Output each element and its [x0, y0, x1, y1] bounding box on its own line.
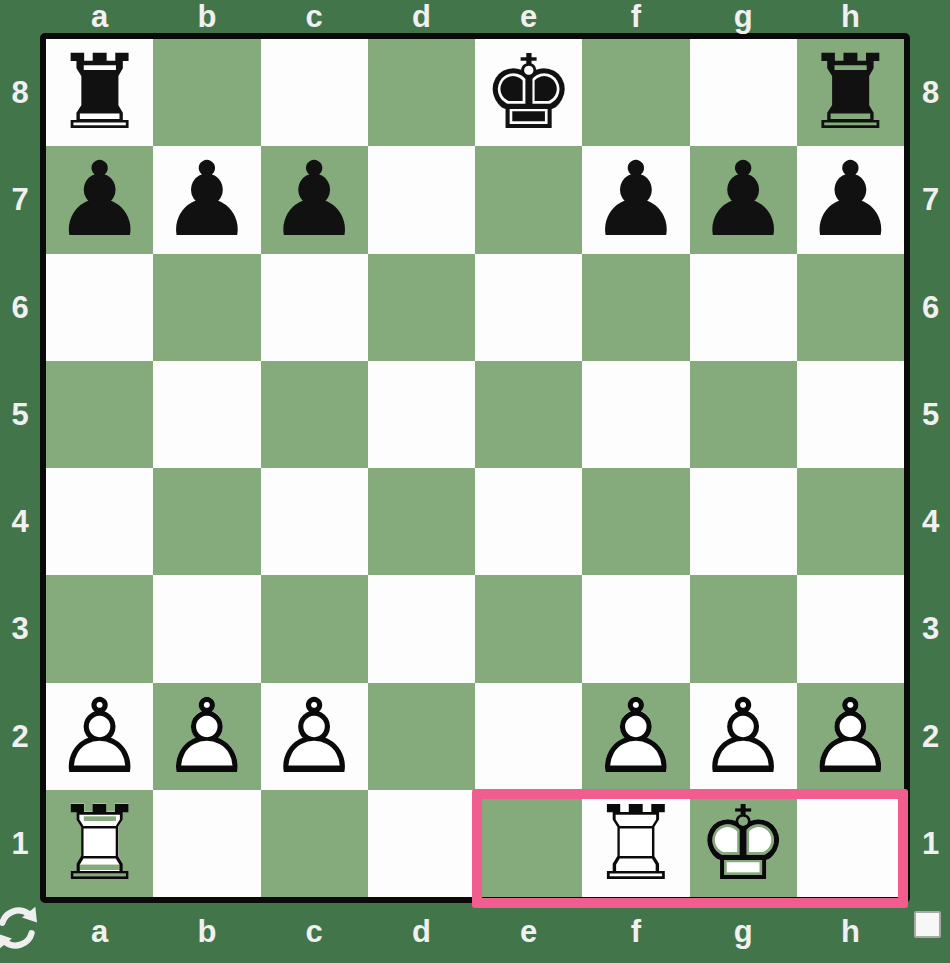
- white-pawn-g2[interactable]: ♟♙: [690, 683, 797, 790]
- square-g3[interactable]: [690, 575, 797, 682]
- rank-label-right-5: 5: [911, 361, 950, 468]
- rotate-arrows-icon: [0, 903, 42, 956]
- rank-label-left-3: 3: [0, 575, 40, 682]
- square-b1[interactable]: [153, 790, 260, 897]
- square-a4[interactable]: [46, 468, 153, 575]
- square-f6[interactable]: [582, 254, 689, 361]
- square-a1[interactable]: ♜♖: [46, 790, 153, 897]
- file-label-top-f: f: [582, 0, 689, 33]
- rank-label-right-3: 3: [911, 575, 950, 682]
- white-square-icon[interactable]: [914, 911, 941, 938]
- file-labels-bottom: abcdefgh: [46, 907, 904, 955]
- piece-glyph: ♜: [46, 39, 153, 146]
- square-a7[interactable]: ♟: [46, 146, 153, 253]
- square-h8[interactable]: ♜: [797, 39, 904, 146]
- file-label-top-b: b: [153, 0, 260, 33]
- square-f2[interactable]: ♟♙: [582, 683, 689, 790]
- square-e8[interactable]: ♚: [475, 39, 582, 146]
- black-rook-h8[interactable]: ♜: [797, 39, 904, 146]
- square-a2[interactable]: ♟♙: [46, 683, 153, 790]
- square-c7[interactable]: ♟: [261, 146, 368, 253]
- piece-outline-layer: ♖: [582, 790, 689, 897]
- square-d6[interactable]: [368, 254, 475, 361]
- piece-outline-layer: ♙: [153, 683, 260, 790]
- square-g8[interactable]: [690, 39, 797, 146]
- rank-label-right-2: 2: [911, 683, 950, 790]
- chess-board: ♜♚♜♟♟♟♟♟♟♟♙♟♙♟♙♟♙♟♙♟♙♜♖♜♖♚♔: [40, 33, 910, 903]
- black-rook-a8[interactable]: ♜: [46, 39, 153, 146]
- square-f5[interactable]: [582, 361, 689, 468]
- square-c3[interactable]: [261, 575, 368, 682]
- white-rook-f1[interactable]: ♜♖: [582, 790, 689, 897]
- square-h7[interactable]: ♟: [797, 146, 904, 253]
- piece-glyph: ♟: [153, 146, 260, 253]
- file-label-bottom-f: f: [582, 907, 689, 955]
- piece-outline-layer: ♔: [690, 790, 797, 897]
- rank-label-left-5: 5: [0, 361, 40, 468]
- white-pawn-c2[interactable]: ♟♙: [261, 683, 368, 790]
- square-c6[interactable]: [261, 254, 368, 361]
- piece-outline-layer: ♙: [582, 683, 689, 790]
- file-label-bottom-a: a: [46, 907, 153, 955]
- square-f8[interactable]: [582, 39, 689, 146]
- white-pawn-f2[interactable]: ♟♙: [582, 683, 689, 790]
- square-d5[interactable]: [368, 361, 475, 468]
- square-h6[interactable]: [797, 254, 904, 361]
- file-label-top-c: c: [261, 0, 368, 33]
- rank-label-right-4: 4: [911, 468, 950, 575]
- square-a3[interactable]: [46, 575, 153, 682]
- file-label-top-h: h: [797, 0, 904, 33]
- square-c8[interactable]: [261, 39, 368, 146]
- black-king-e8[interactable]: ♚: [475, 39, 582, 146]
- rank-label-left-6: 6: [0, 254, 40, 361]
- square-c1[interactable]: [261, 790, 368, 897]
- rank-label-right-8: 8: [911, 39, 950, 146]
- square-h1[interactable]: [797, 790, 904, 897]
- square-d8[interactable]: [368, 39, 475, 146]
- square-f3[interactable]: [582, 575, 689, 682]
- piece-glyph: ♟: [46, 146, 153, 253]
- file-labels-top: abcdefgh: [46, 0, 904, 33]
- flip-board-button[interactable]: [0, 902, 44, 956]
- square-h2[interactable]: ♟♙: [797, 683, 904, 790]
- square-d3[interactable]: [368, 575, 475, 682]
- black-pawn-c7[interactable]: ♟: [261, 146, 368, 253]
- square-h5[interactable]: [797, 361, 904, 468]
- piece-outline-layer: ♙: [690, 683, 797, 790]
- file-label-top-e: e: [475, 0, 582, 33]
- piece-outline-layer: ♙: [797, 683, 904, 790]
- square-e5[interactable]: [475, 361, 582, 468]
- square-b2[interactable]: ♟♙: [153, 683, 260, 790]
- square-d2[interactable]: [368, 683, 475, 790]
- file-label-bottom-b: b: [153, 907, 260, 955]
- square-d7[interactable]: [368, 146, 475, 253]
- square-b8[interactable]: [153, 39, 260, 146]
- rank-label-left-8: 8: [0, 39, 40, 146]
- black-pawn-b7[interactable]: ♟: [153, 146, 260, 253]
- file-label-bottom-e: e: [475, 907, 582, 955]
- square-d4[interactable]: [368, 468, 475, 575]
- file-label-bottom-h: h: [797, 907, 904, 955]
- piece-glyph: ♜: [797, 39, 904, 146]
- square-f4[interactable]: [582, 468, 689, 575]
- file-label-bottom-d: d: [368, 907, 475, 955]
- black-pawn-g7[interactable]: ♟: [690, 146, 797, 253]
- square-e1[interactable]: [475, 790, 582, 897]
- piece-outline-layer: ♖: [46, 790, 153, 897]
- square-e4[interactable]: [475, 468, 582, 575]
- square-g6[interactable]: [690, 254, 797, 361]
- file-label-top-d: d: [368, 0, 475, 33]
- white-rook-a1[interactable]: ♜♖: [46, 790, 153, 897]
- square-g5[interactable]: [690, 361, 797, 468]
- rank-labels-right: 87654321: [911, 39, 950, 897]
- square-e3[interactable]: [475, 575, 582, 682]
- rank-label-right-7: 7: [911, 146, 950, 253]
- rank-labels-left: 87654321: [0, 39, 40, 897]
- square-f7[interactable]: ♟: [582, 146, 689, 253]
- piece-glyph: ♟: [690, 146, 797, 253]
- square-g4[interactable]: [690, 468, 797, 575]
- square-b5[interactable]: [153, 361, 260, 468]
- file-label-bottom-c: c: [261, 907, 368, 955]
- white-pawn-b2[interactable]: ♟♙: [153, 683, 260, 790]
- piece-glyph: ♟: [582, 146, 689, 253]
- file-label-top-a: a: [46, 0, 153, 33]
- square-a8[interactable]: ♜: [46, 39, 153, 146]
- square-e2[interactable]: [475, 683, 582, 790]
- white-king-g1[interactable]: ♚♔: [690, 790, 797, 897]
- rank-label-left-1: 1: [0, 790, 40, 897]
- square-a6[interactable]: [46, 254, 153, 361]
- piece-glyph: ♚: [475, 39, 582, 146]
- square-b6[interactable]: [153, 254, 260, 361]
- square-h4[interactable]: [797, 468, 904, 575]
- square-b3[interactable]: [153, 575, 260, 682]
- file-label-top-g: g: [690, 0, 797, 33]
- square-c2[interactable]: ♟♙: [261, 683, 368, 790]
- square-h3[interactable]: [797, 575, 904, 682]
- rank-label-right-1: 1: [911, 790, 950, 897]
- black-pawn-f7[interactable]: ♟: [582, 146, 689, 253]
- square-g1[interactable]: ♚♔: [690, 790, 797, 897]
- square-g2[interactable]: ♟♙: [690, 683, 797, 790]
- square-d1[interactable]: [368, 790, 475, 897]
- rank-label-right-6: 6: [911, 254, 950, 361]
- piece-glyph: ♟: [261, 146, 368, 253]
- square-c4[interactable]: [261, 468, 368, 575]
- piece-outline-layer: ♙: [46, 683, 153, 790]
- square-f1[interactable]: ♜♖: [582, 790, 689, 897]
- black-pawn-h7[interactable]: ♟: [797, 146, 904, 253]
- rank-label-left-7: 7: [0, 146, 40, 253]
- square-g7[interactable]: ♟: [690, 146, 797, 253]
- square-c5[interactable]: [261, 361, 368, 468]
- white-pawn-h2[interactable]: ♟♙: [797, 683, 904, 790]
- square-e6[interactable]: [475, 254, 582, 361]
- black-pawn-a7[interactable]: ♟: [46, 146, 153, 253]
- square-a5[interactable]: [46, 361, 153, 468]
- square-b4[interactable]: [153, 468, 260, 575]
- rank-label-left-2: 2: [0, 683, 40, 790]
- square-e7[interactable]: [475, 146, 582, 253]
- square-b7[interactable]: ♟: [153, 146, 260, 253]
- piece-outline-layer: ♙: [261, 683, 368, 790]
- chessboard-widget: abcdefgh 87654321 ♜♚♜♟♟♟♟♟♟♟♙♟♙♟♙♟♙♟♙♟♙♜…: [0, 0, 950, 963]
- piece-glyph: ♟: [797, 146, 904, 253]
- white-pawn-a2[interactable]: ♟♙: [46, 683, 153, 790]
- rank-label-left-4: 4: [0, 468, 40, 575]
- file-label-bottom-g: g: [690, 907, 797, 955]
